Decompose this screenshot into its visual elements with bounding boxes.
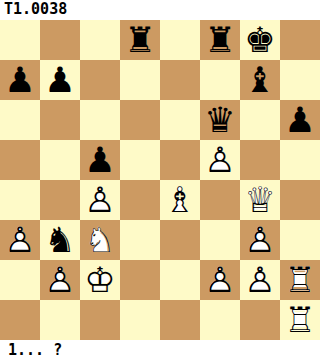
square-g3[interactable]: ♟♙ [240,220,280,260]
square-d4[interactable] [120,180,160,220]
square-f5[interactable]: ♟♙ [200,140,240,180]
piece-glyph: ♛ [200,100,240,140]
black-pawn-piece[interactable]: ♟ [280,100,320,140]
square-c3[interactable]: ♞♘ [80,220,120,260]
square-h6[interactable]: ♟ [280,100,320,140]
piece-glyph: ♟ [280,100,320,140]
piece-glyph: ♟ [80,140,120,180]
piece-outline-glyph: ♙ [240,260,280,300]
square-e1[interactable] [160,300,200,340]
square-c7[interactable] [80,60,120,100]
square-e6[interactable] [160,100,200,140]
black-knight-piece[interactable]: ♞ [40,220,80,260]
square-c5[interactable]: ♟ [80,140,120,180]
piece-outline-glyph: ♔ [80,260,120,300]
piece-outline-glyph: ♖ [280,260,320,300]
square-a1[interactable] [0,300,40,340]
square-c2[interactable]: ♚♔ [80,260,120,300]
square-h7[interactable] [280,60,320,100]
square-d8[interactable]: ♜ [120,20,160,60]
white-knight-piece[interactable]: ♞♘ [80,220,120,260]
square-g1[interactable] [240,300,280,340]
piece-outline-glyph: ♙ [0,220,40,260]
black-pawn-piece[interactable]: ♟ [80,140,120,180]
move-prompt: 1... ? [0,340,320,360]
square-a8[interactable] [0,20,40,60]
piece-outline-glyph: ♖ [280,300,320,340]
square-f1[interactable] [200,300,240,340]
piece-glyph: ♚ [240,20,280,60]
piece-outline-glyph: ♕ [240,180,280,220]
square-g6[interactable] [240,100,280,140]
piece-glyph: ♞ [40,220,80,260]
square-d6[interactable] [120,100,160,140]
square-h3[interactable] [280,220,320,260]
white-pawn-piece[interactable]: ♟♙ [240,260,280,300]
square-e7[interactable] [160,60,200,100]
black-pawn-piece[interactable]: ♟ [40,60,80,100]
piece-glyph: ♟ [0,60,40,100]
white-bishop-piece[interactable]: ♝♗ [160,180,200,220]
black-bishop-piece[interactable]: ♝ [240,60,280,100]
square-b5[interactable] [40,140,80,180]
black-rook-piece[interactable]: ♜ [120,20,160,60]
square-g8[interactable]: ♚ [240,20,280,60]
square-f7[interactable] [200,60,240,100]
square-g2[interactable]: ♟♙ [240,260,280,300]
square-b8[interactable] [40,20,80,60]
square-a6[interactable] [0,100,40,140]
piece-outline-glyph: ♙ [200,140,240,180]
white-rook-piece[interactable]: ♜♖ [280,260,320,300]
square-f3[interactable] [200,220,240,260]
chess-board: ♜♜♚♟♟♝♛♟♟♟♙♟♙♝♗♛♕♟♙♞♞♘♟♙♟♙♚♔♟♙♟♙♜♖♜♖ [0,20,320,340]
square-b6[interactable] [40,100,80,140]
square-b2[interactable]: ♟♙ [40,260,80,300]
piece-outline-glyph: ♙ [40,260,80,300]
piece-outline-glyph: ♙ [80,180,120,220]
square-e5[interactable] [160,140,200,180]
square-d5[interactable] [120,140,160,180]
white-pawn-piece[interactable]: ♟♙ [200,260,240,300]
square-d7[interactable] [120,60,160,100]
square-a2[interactable] [0,260,40,300]
black-pawn-piece[interactable]: ♟ [0,60,40,100]
square-c4[interactable]: ♟♙ [80,180,120,220]
piece-outline-glyph: ♗ [160,180,200,220]
square-e8[interactable] [160,20,200,60]
square-h8[interactable] [280,20,320,60]
square-a4[interactable] [0,180,40,220]
square-c8[interactable] [80,20,120,60]
piece-outline-glyph: ♙ [240,220,280,260]
white-pawn-piece[interactable]: ♟♙ [40,260,80,300]
white-queen-piece[interactable]: ♛♕ [240,180,280,220]
square-a3[interactable]: ♟♙ [0,220,40,260]
square-h5[interactable] [280,140,320,180]
square-f2[interactable]: ♟♙ [200,260,240,300]
white-pawn-piece[interactable]: ♟♙ [240,220,280,260]
square-b7[interactable]: ♟ [40,60,80,100]
square-g5[interactable] [240,140,280,180]
square-f6[interactable]: ♛ [200,100,240,140]
square-a5[interactable] [0,140,40,180]
piece-outline-glyph: ♘ [80,220,120,260]
square-c6[interactable] [80,100,120,140]
black-king-piece[interactable]: ♚ [240,20,280,60]
square-b1[interactable] [40,300,80,340]
white-pawn-piece[interactable]: ♟♙ [200,140,240,180]
white-king-piece[interactable]: ♚♔ [80,260,120,300]
square-g4[interactable]: ♛♕ [240,180,280,220]
white-pawn-piece[interactable]: ♟♙ [0,220,40,260]
square-e2[interactable] [160,260,200,300]
square-a7[interactable]: ♟ [0,60,40,100]
square-d3[interactable] [120,220,160,260]
piece-glyph: ♜ [200,20,240,60]
square-c1[interactable] [80,300,120,340]
white-rook-piece[interactable]: ♜♖ [280,300,320,340]
square-b3[interactable]: ♞ [40,220,80,260]
square-g7[interactable]: ♝ [240,60,280,100]
piece-glyph: ♜ [120,20,160,60]
square-f4[interactable] [200,180,240,220]
square-d2[interactable] [120,260,160,300]
white-pawn-piece[interactable]: ♟♙ [80,180,120,220]
piece-glyph: ♟ [40,60,80,100]
puzzle-id: T1.0038 [0,0,320,20]
puzzle-app: T1.0038 ♜♜♚♟♟♝♛♟♟♟♙♟♙♝♗♛♕♟♙♞♞♘♟♙♟♙♚♔♟♙♟♙… [0,0,320,360]
black-queen-piece[interactable]: ♛ [200,100,240,140]
square-d1[interactable] [120,300,160,340]
square-b4[interactable] [40,180,80,220]
square-f8[interactable]: ♜ [200,20,240,60]
square-h1[interactable]: ♜♖ [280,300,320,340]
black-rook-piece[interactable]: ♜ [200,20,240,60]
square-h2[interactable]: ♜♖ [280,260,320,300]
piece-glyph: ♝ [240,60,280,100]
square-h4[interactable] [280,180,320,220]
square-e3[interactable] [160,220,200,260]
square-e4[interactable]: ♝♗ [160,180,200,220]
piece-outline-glyph: ♙ [200,260,240,300]
